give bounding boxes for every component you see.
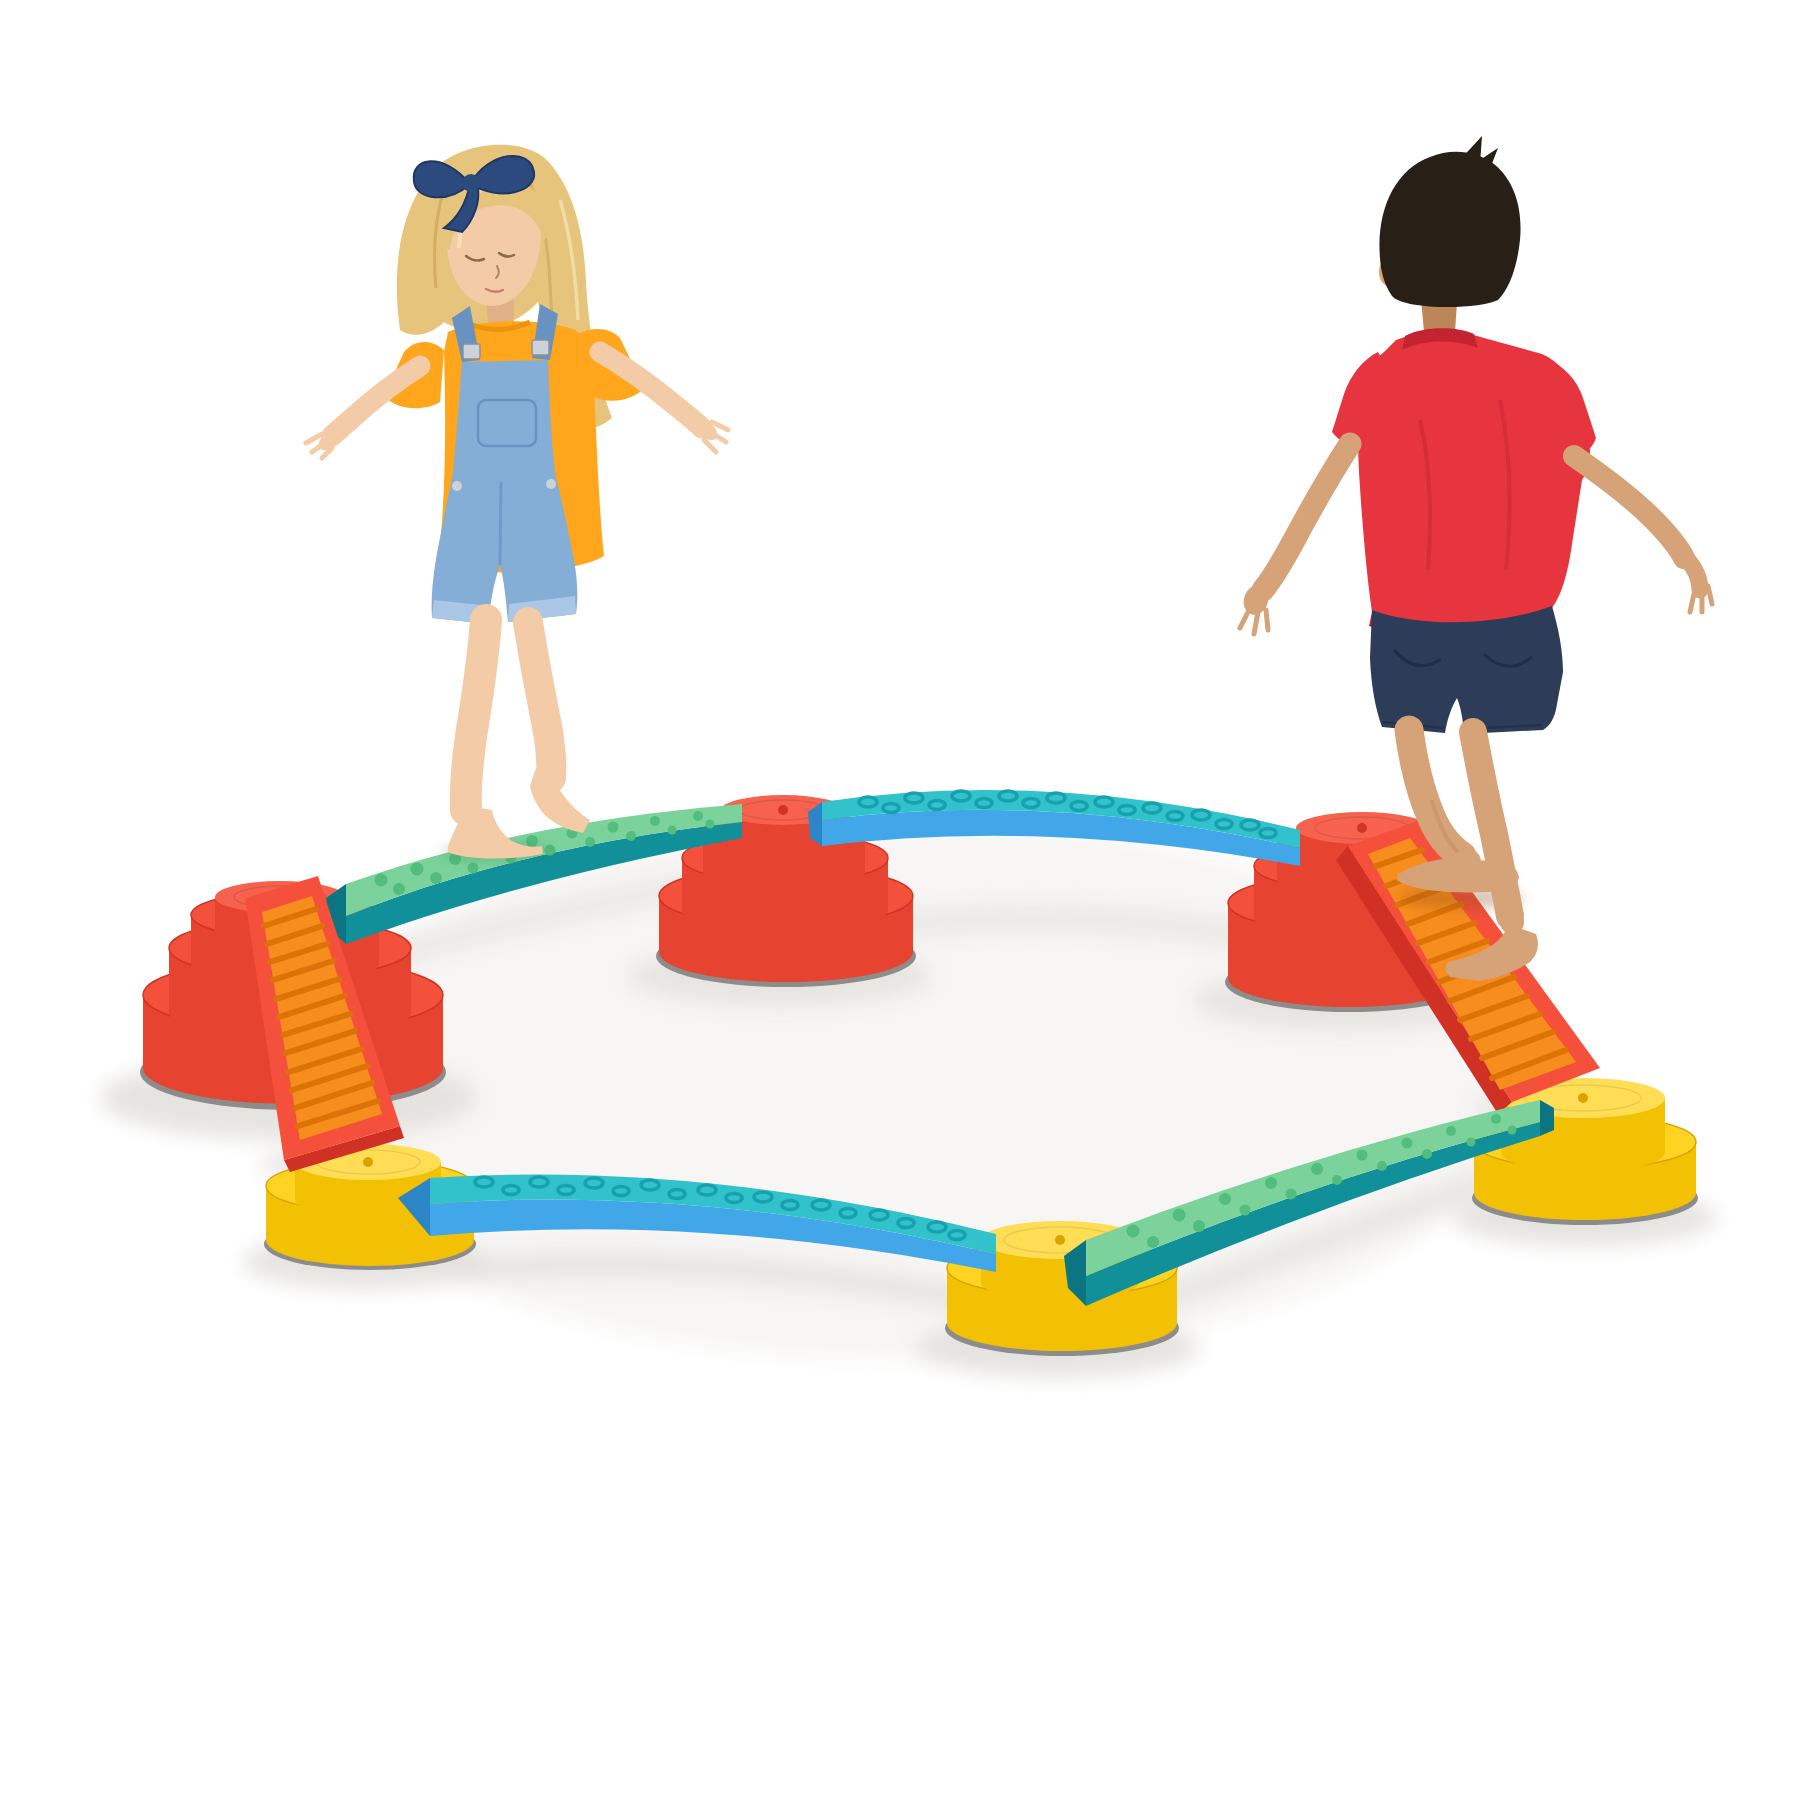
pad-bump xyxy=(1357,1150,1368,1161)
pad-bump xyxy=(1173,1209,1186,1222)
pad-bump xyxy=(1402,1138,1413,1149)
pad-bump xyxy=(411,863,424,876)
girl-overall-button xyxy=(546,479,556,489)
pad-bump xyxy=(706,820,715,829)
pad-bump xyxy=(393,883,405,895)
pad-bump xyxy=(668,826,677,835)
scene-canvas xyxy=(0,0,1800,1800)
pad-bump xyxy=(585,837,595,847)
pad-bump xyxy=(1467,1138,1476,1147)
stone-peg-hole xyxy=(1357,823,1367,833)
pad-bump xyxy=(1193,1220,1205,1232)
pad-bump xyxy=(1265,1177,1277,1189)
pad-bump xyxy=(626,831,636,841)
pad-bump xyxy=(1446,1126,1456,1136)
pad-bump xyxy=(1286,1189,1297,1200)
pad-bump xyxy=(1311,1163,1323,1175)
pad-bump xyxy=(1491,1114,1501,1124)
girl-overall-bib xyxy=(452,360,556,480)
pad-bump xyxy=(1219,1193,1231,1205)
girl-strap-buckle-left xyxy=(463,344,480,359)
pad-bump xyxy=(430,872,442,884)
stone-peg-hole xyxy=(778,805,788,815)
product-photo xyxy=(0,0,1800,1800)
pad-bump xyxy=(1127,1225,1140,1238)
stone-peg-hole xyxy=(363,1157,373,1167)
pad-bump xyxy=(1508,1126,1517,1135)
girl-shorts-seam xyxy=(500,482,501,565)
pad-bump xyxy=(1377,1161,1387,1171)
girl-strap-buckle-right xyxy=(532,340,549,355)
pad-bump xyxy=(608,822,619,833)
pad-bump xyxy=(1147,1236,1159,1248)
bow-knot xyxy=(462,174,480,192)
girl-overall-button xyxy=(452,481,462,491)
pad-bump xyxy=(693,811,703,821)
pad-bump xyxy=(1422,1149,1432,1159)
pad-bump xyxy=(1240,1205,1251,1216)
pad-bump xyxy=(375,874,388,887)
stone-peg-hole xyxy=(1055,1235,1065,1245)
stone-peg-hole xyxy=(1578,1093,1588,1103)
boy-shorts xyxy=(1370,606,1563,734)
pad-bump xyxy=(650,816,660,826)
pad-bump xyxy=(526,835,538,847)
pad-bump xyxy=(1332,1175,1342,1185)
pad-bump xyxy=(468,863,479,874)
